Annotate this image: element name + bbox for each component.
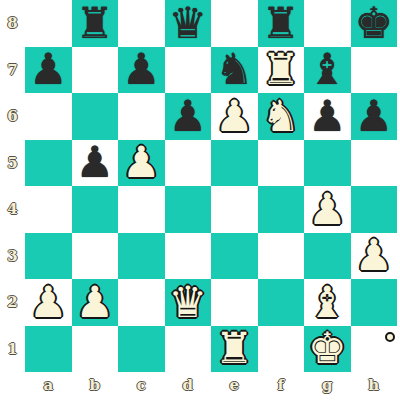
piece-white-pawn[interactable]: ♟ [122,141,161,184]
square-f8[interactable]: ♜ [258,0,305,47]
square-b5[interactable]: ♟ [72,140,119,187]
square-c3[interactable] [118,233,165,280]
square-b3[interactable] [72,233,119,280]
square-f2[interactable] [258,279,305,326]
square-f3[interactable] [258,233,305,280]
white-to-move-indicator [385,332,395,342]
file-label-b: b [72,372,119,398]
file-label-c: c [118,372,165,398]
piece-white-rook[interactable]: ♜ [215,327,254,370]
piece-white-pawn[interactable]: ♟ [215,95,254,138]
square-c7[interactable]: ♟ [118,47,165,94]
rank-label-4: 4 [0,186,25,233]
piece-white-queen[interactable]: ♛ [168,281,207,324]
rank-label-5: 5 [0,140,25,187]
square-e6[interactable]: ♟ [211,93,258,140]
rank-label-8: 8 [0,0,25,47]
square-b2[interactable]: ♟ [72,279,119,326]
square-g8[interactable] [304,0,351,47]
square-h7[interactable] [351,47,398,94]
square-e7[interactable]: ♞ [211,47,258,94]
square-e5[interactable] [211,140,258,187]
square-d2[interactable]: ♛ [165,279,212,326]
square-h4[interactable] [351,186,398,233]
file-label-e: e [211,372,258,398]
file-label-a: a [25,372,72,398]
rank-label-7: 7 [0,47,25,94]
square-f6[interactable]: ♞ [258,93,305,140]
piece-white-king[interactable]: ♚ [308,327,347,370]
square-a3[interactable] [25,233,72,280]
file-label-h: h [351,372,398,398]
square-c5[interactable]: ♟ [118,140,165,187]
square-e1[interactable]: ♜ [211,326,258,373]
square-d5[interactable] [165,140,212,187]
square-g3[interactable] [304,233,351,280]
file-label-f: f [258,372,305,398]
rank-label-1: 1 [0,326,25,373]
square-h6[interactable]: ♟ [351,93,398,140]
square-h2[interactable] [351,279,398,326]
piece-white-pawn[interactable]: ♟ [75,281,114,324]
square-f1[interactable] [258,326,305,373]
piece-black-pawn[interactable]: ♟ [354,95,393,138]
piece-black-pawn[interactable]: ♟ [122,48,161,91]
square-f5[interactable] [258,140,305,187]
square-h3[interactable]: ♟ [351,233,398,280]
square-b1[interactable] [72,326,119,373]
rank-label-2: 2 [0,279,25,326]
chess-board: ♜♛♜♚♟♟♞♜♝♟♟♞♟♟♟♟♟♟♟♟♛♝♜♚ [25,0,397,372]
square-g1[interactable]: ♚ [304,326,351,373]
file-label-g: g [304,372,351,398]
square-a1[interactable] [25,326,72,373]
square-f4[interactable] [258,186,305,233]
piece-white-pawn[interactable]: ♟ [354,234,393,277]
square-h8[interactable]: ♚ [351,0,398,47]
square-d4[interactable] [165,186,212,233]
piece-white-bishop[interactable]: ♝ [308,281,347,324]
square-c2[interactable] [118,279,165,326]
square-a4[interactable] [25,186,72,233]
square-g2[interactable]: ♝ [304,279,351,326]
square-d7[interactable] [165,47,212,94]
square-a7[interactable]: ♟ [25,47,72,94]
square-e8[interactable] [211,0,258,47]
square-a2[interactable]: ♟ [25,279,72,326]
piece-black-pawn[interactable]: ♟ [308,95,347,138]
square-g7[interactable]: ♝ [304,47,351,94]
square-g6[interactable]: ♟ [304,93,351,140]
square-b4[interactable] [72,186,119,233]
square-b8[interactable]: ♜ [72,0,119,47]
piece-black-pawn[interactable]: ♟ [75,141,114,184]
piece-white-pawn[interactable]: ♟ [308,188,347,231]
piece-black-pawn[interactable]: ♟ [168,95,207,138]
square-c4[interactable] [118,186,165,233]
file-labels: abcdefgh [25,372,397,398]
square-g4[interactable]: ♟ [304,186,351,233]
piece-black-bishop[interactable]: ♝ [308,48,347,91]
square-d6[interactable]: ♟ [165,93,212,140]
square-e4[interactable] [211,186,258,233]
square-g5[interactable] [304,140,351,187]
square-e2[interactable] [211,279,258,326]
piece-black-knight[interactable]: ♞ [215,48,254,91]
square-d1[interactable] [165,326,212,373]
piece-black-pawn[interactable]: ♟ [29,48,68,91]
square-d3[interactable] [165,233,212,280]
square-c8[interactable] [118,0,165,47]
piece-black-rook[interactable]: ♜ [261,2,300,45]
square-c1[interactable] [118,326,165,373]
piece-white-pawn[interactable]: ♟ [29,281,68,324]
piece-white-rook[interactable]: ♜ [261,48,300,91]
file-label-d: d [165,372,212,398]
square-a8[interactable] [25,0,72,47]
square-h5[interactable] [351,140,398,187]
square-a5[interactable] [25,140,72,187]
square-d8[interactable]: ♛ [165,0,212,47]
piece-black-rook[interactable]: ♜ [75,2,114,45]
square-a6[interactable] [25,93,72,140]
square-b6[interactable] [72,93,119,140]
rank-label-6: 6 [0,93,25,140]
square-b7[interactable] [72,47,119,94]
piece-black-king[interactable]: ♚ [354,2,393,45]
chess-board-screenshot: 87654321 ♜♛♜♚♟♟♞♜♝♟♟♞♟♟♟♟♟♟♟♟♛♝♜♚ abcdef… [0,0,400,400]
square-e3[interactable] [211,233,258,280]
piece-black-queen[interactable]: ♛ [168,2,207,45]
piece-white-knight[interactable]: ♞ [261,95,300,138]
square-f7[interactable]: ♜ [258,47,305,94]
rank-label-3: 3 [0,233,25,280]
rank-labels: 87654321 [0,0,25,372]
square-c6[interactable] [118,93,165,140]
